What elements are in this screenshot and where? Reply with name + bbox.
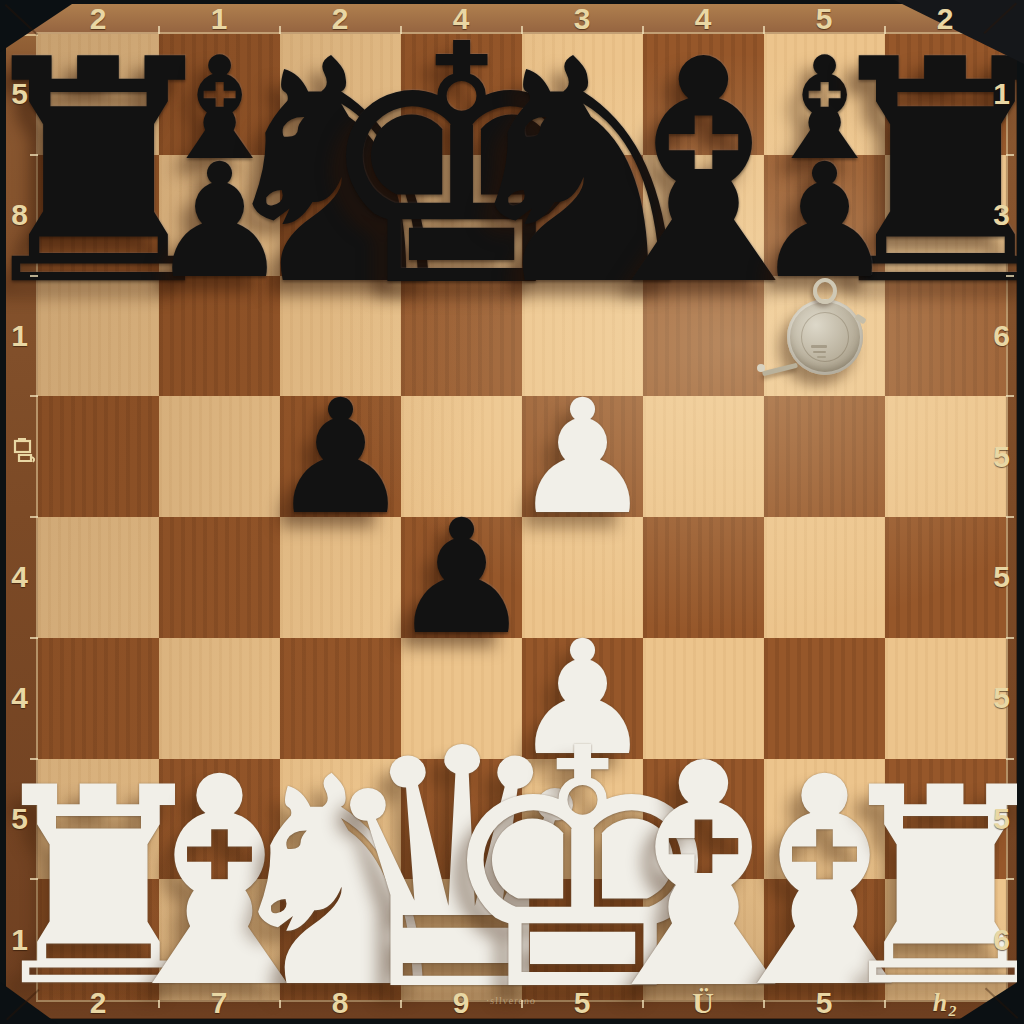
coord-label-right-8: 1 [993,77,1011,111]
photo-edge [0,1019,1024,1024]
frame-tick [1006,395,1014,397]
medal[interactable] [787,299,863,375]
coord-label-left-4: 4 [11,560,29,594]
coord-label-bottom-h: h₂ [933,988,959,1018]
coord-label-left-2: 5 [11,802,29,836]
frame-tick [279,26,281,34]
frame-tick [642,26,644,34]
medal-engraving [801,312,849,362]
engraved-mark-icon [13,437,39,467]
coord-label-top-e: 3 [574,2,592,36]
coord-label-right-3: 5 [993,681,1011,715]
photo-edge [0,0,1024,4]
frame-tick [1006,878,1014,880]
coord-label-right-7: 3 [993,198,1011,232]
square-f5[interactable] [643,396,764,517]
frame-tick [1006,516,1014,518]
frame-tick [30,516,38,518]
frame-tick [521,1000,523,1008]
coord-label-top-h: 2 [937,2,955,36]
coord-label-top-g: 5 [816,2,834,36]
coord-label-bottom-e: 5 [574,986,592,1020]
frame-tick [30,878,38,880]
square-b4[interactable] [159,517,280,638]
frame-tick [30,758,38,760]
frame-tick [158,1000,160,1008]
frame-tick [400,1000,402,1008]
coord-label-left-8: 5 [11,77,29,111]
piece-black-pawn-g7[interactable]: ♟ [754,142,896,300]
coord-label-right-6: 6 [993,319,1011,353]
frame-tick [30,154,38,156]
frame-tick [521,26,523,34]
photo-edge [1017,0,1024,1024]
coord-label-top-d: 4 [453,2,471,36]
square-g4[interactable] [764,517,885,638]
coord-label-left-1: 1 [11,923,29,957]
square-g5[interactable] [764,396,885,517]
coord-label-top-b: 1 [211,2,229,36]
frame-tick [1006,637,1014,639]
medal-engraving-mark [817,356,826,358]
coord-label-top-a: 2 [90,2,108,36]
coord-label-left-3: 4 [11,681,29,715]
frame-tick [763,26,765,34]
square-f4[interactable] [643,517,764,638]
square-a5[interactable] [38,396,159,517]
frame-tick [30,275,38,277]
coord-label-top-f: 4 [695,2,713,36]
piece-white-rook-h1[interactable]: ♜ [824,752,1024,1024]
coord-label-bottom-b: 7 [211,986,229,1020]
coord-label-bottom-g: 5 [816,986,834,1020]
coord-label-left-7: 8 [11,198,29,232]
coord-label-bottom-d: 9 [453,986,471,1020]
frame-tick [158,26,160,34]
coord-label-right-5: 5 [993,440,1011,474]
square-b5[interactable] [159,396,280,517]
medal-engraving-mark [813,351,826,353]
medal-loop-icon [813,278,837,304]
coord-label-bottom-f: Ü [692,986,715,1020]
piece-black-pawn-b7[interactable]: ♟ [149,142,291,300]
frame-tick [884,26,886,34]
coord-label-right-4: 5 [993,560,1011,594]
square-h4[interactable] [885,517,1006,638]
frame-tick [1006,275,1014,277]
frame-tick [884,1000,886,1008]
coord-label-bottom-c: 8 [332,986,350,1020]
frame-tick [400,26,402,34]
piece-white-pawn-e5[interactable]: ♟ [512,378,654,536]
coord-label-top-c: 2 [332,2,350,36]
frame-tick [1006,154,1014,156]
frame-tick [30,395,38,397]
frame-tick [279,1000,281,1008]
photo-edge [0,0,6,1024]
square-h5[interactable] [885,396,1006,517]
medal-engraving-mark [811,345,827,348]
frame-tick [1006,758,1014,760]
coord-label-right-2: 5 [993,802,1011,836]
frame-tick [763,1000,765,1008]
square-a4[interactable] [38,517,159,638]
frame-stamp-text: ·sllvereno [486,995,537,1006]
frame-tick [642,1000,644,1008]
medal-clasp-ball [757,364,765,372]
coord-label-right-1: 6 [993,923,1011,957]
coord-label-left-6: 1 [11,319,29,353]
chessboard-photo: ♜♝♞♚♞♝♝♜♟♟♟♟♟♟♜♝♞♛♚♝♝♜ ·sllvereno 212434… [0,0,1024,1024]
frame-tick [30,637,38,639]
coord-label-bottom-a: 2 [90,986,108,1020]
